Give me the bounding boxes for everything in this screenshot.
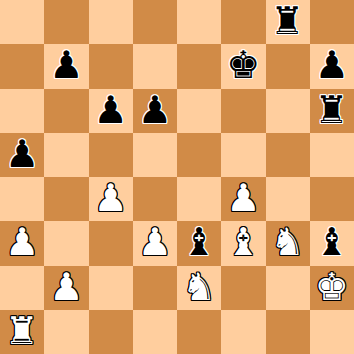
square-b8[interactable] — [44, 0, 88, 44]
chess-board: ♜♟♚♟♟♟♜♟♟♟♟♟♝♝♞♝♟♞♚♜ — [0, 0, 354, 354]
square-b1[interactable] — [44, 310, 88, 354]
square-d1[interactable] — [133, 310, 177, 354]
black-bishop-piece[interactable]: ♝ — [182, 223, 216, 261]
black-pawn-piece[interactable]: ♟ — [5, 135, 39, 173]
square-c4[interactable]: ♟ — [89, 177, 133, 221]
square-h8[interactable] — [310, 0, 354, 44]
square-b6[interactable] — [44, 89, 88, 133]
square-e7[interactable] — [177, 44, 221, 88]
square-h3[interactable]: ♝ — [310, 221, 354, 265]
square-c6[interactable]: ♟ — [89, 89, 133, 133]
square-d2[interactable] — [133, 266, 177, 310]
white-pawn-piece[interactable]: ♟ — [94, 179, 128, 217]
square-c5[interactable] — [89, 133, 133, 177]
square-e1[interactable] — [177, 310, 221, 354]
white-king-piece[interactable]: ♚ — [315, 268, 349, 306]
square-b4[interactable] — [44, 177, 88, 221]
square-e5[interactable] — [177, 133, 221, 177]
square-e2[interactable]: ♞ — [177, 266, 221, 310]
square-a4[interactable] — [0, 177, 44, 221]
square-f7[interactable]: ♚ — [221, 44, 265, 88]
square-c7[interactable] — [89, 44, 133, 88]
square-g7[interactable] — [266, 44, 310, 88]
square-h1[interactable] — [310, 310, 354, 354]
square-b5[interactable] — [44, 133, 88, 177]
square-g1[interactable] — [266, 310, 310, 354]
square-d3[interactable]: ♟ — [133, 221, 177, 265]
black-pawn-piece[interactable]: ♟ — [94, 91, 128, 129]
black-rook-piece[interactable]: ♜ — [315, 91, 349, 129]
square-c3[interactable] — [89, 221, 133, 265]
square-d7[interactable] — [133, 44, 177, 88]
square-a5[interactable]: ♟ — [0, 133, 44, 177]
square-f1[interactable] — [221, 310, 265, 354]
square-c8[interactable] — [89, 0, 133, 44]
square-g6[interactable] — [266, 89, 310, 133]
square-b7[interactable]: ♟ — [44, 44, 88, 88]
square-d6[interactable]: ♟ — [133, 89, 177, 133]
square-f3[interactable]: ♝ — [221, 221, 265, 265]
black-rook-piece[interactable]: ♜ — [271, 2, 305, 40]
square-g4[interactable] — [266, 177, 310, 221]
square-f5[interactable] — [221, 133, 265, 177]
square-e4[interactable] — [177, 177, 221, 221]
white-rook-piece[interactable]: ♜ — [5, 312, 39, 350]
white-pawn-piece[interactable]: ♟ — [5, 223, 39, 261]
square-e8[interactable] — [177, 0, 221, 44]
square-h5[interactable] — [310, 133, 354, 177]
square-f6[interactable] — [221, 89, 265, 133]
square-d5[interactable] — [133, 133, 177, 177]
black-bishop-piece[interactable]: ♝ — [315, 223, 349, 261]
square-a7[interactable] — [0, 44, 44, 88]
black-pawn-piece[interactable]: ♟ — [49, 46, 83, 84]
square-f8[interactable] — [221, 0, 265, 44]
white-knight-piece[interactable]: ♞ — [182, 268, 216, 306]
square-b3[interactable] — [44, 221, 88, 265]
square-c2[interactable] — [89, 266, 133, 310]
white-bishop-piece[interactable]: ♝ — [226, 223, 260, 261]
square-a8[interactable] — [0, 0, 44, 44]
square-g3[interactable]: ♞ — [266, 221, 310, 265]
square-g5[interactable] — [266, 133, 310, 177]
square-h6[interactable]: ♜ — [310, 89, 354, 133]
square-h2[interactable]: ♚ — [310, 266, 354, 310]
white-pawn-piece[interactable]: ♟ — [138, 223, 172, 261]
square-c1[interactable] — [89, 310, 133, 354]
square-g8[interactable]: ♜ — [266, 0, 310, 44]
square-a3[interactable]: ♟ — [0, 221, 44, 265]
black-king-piece[interactable]: ♚ — [226, 46, 260, 84]
square-e6[interactable] — [177, 89, 221, 133]
square-d8[interactable] — [133, 0, 177, 44]
white-knight-piece[interactable]: ♞ — [271, 223, 305, 261]
square-a6[interactable] — [0, 89, 44, 133]
black-pawn-piece[interactable]: ♟ — [138, 91, 172, 129]
square-a1[interactable]: ♜ — [0, 310, 44, 354]
chess-board-container: ♜♟♚♟♟♟♜♟♟♟♟♟♝♝♞♝♟♞♚♜ — [0, 0, 354, 354]
square-b2[interactable]: ♟ — [44, 266, 88, 310]
white-pawn-piece[interactable]: ♟ — [49, 268, 83, 306]
black-pawn-piece[interactable]: ♟ — [315, 46, 349, 84]
white-pawn-piece[interactable]: ♟ — [226, 179, 260, 217]
square-f4[interactable]: ♟ — [221, 177, 265, 221]
square-g2[interactable] — [266, 266, 310, 310]
square-h7[interactable]: ♟ — [310, 44, 354, 88]
square-f2[interactable] — [221, 266, 265, 310]
square-a2[interactable] — [0, 266, 44, 310]
square-d4[interactable] — [133, 177, 177, 221]
square-e3[interactable]: ♝ — [177, 221, 221, 265]
square-h4[interactable] — [310, 177, 354, 221]
